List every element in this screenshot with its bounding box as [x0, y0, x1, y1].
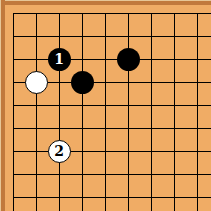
board-frame-left: [0, 0, 5, 211]
move-number-label: 1: [54, 52, 64, 66]
black-stone: 1: [48, 48, 71, 71]
white-stone: 2: [48, 140, 71, 163]
white-stone: [25, 71, 48, 94]
black-stone: [117, 48, 140, 71]
stones-layer: 12: [2, 2, 209, 209]
move-number-label: 2: [54, 144, 64, 158]
board-frame-top: [0, 0, 211, 5]
black-stone: [71, 71, 94, 94]
go-board: 12: [0, 0, 211, 211]
